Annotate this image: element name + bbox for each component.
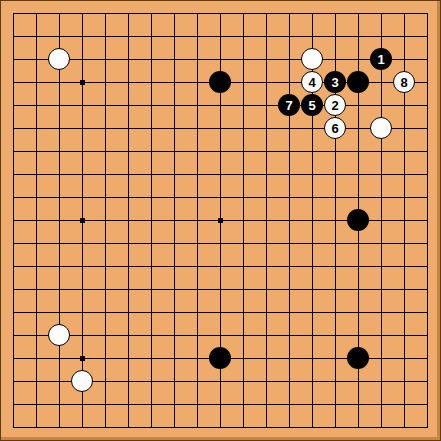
stone-black-o15-move-5: 5 (301, 94, 323, 116)
stone-black-r17-move-1: 1 (370, 48, 392, 70)
stone-black-q16 (347, 71, 369, 93)
stone-white-o16-move-4: 4 (301, 71, 323, 93)
stone-white-s16-move-8: 8 (393, 71, 415, 93)
stone-white-c17 (48, 48, 70, 70)
stone-white-p14-move-6: 6 (324, 117, 346, 139)
stone-black-q4 (347, 347, 369, 369)
stone-white-c5 (48, 324, 70, 346)
stone-white-r14 (370, 117, 392, 139)
stone-black-k4 (209, 347, 231, 369)
star-point (218, 218, 223, 223)
stone-black-q10 (347, 209, 369, 231)
stone-white-d3 (71, 370, 93, 392)
stone-white-o17 (301, 48, 323, 70)
star-point (80, 218, 85, 223)
stone-black-k16 (209, 71, 231, 93)
stone-black-p16-move-3: 3 (324, 71, 346, 93)
board-grid: 14387526 (2, 2, 439, 439)
star-point (80, 356, 85, 361)
stone-black-n15-move-7: 7 (278, 94, 300, 116)
go-board: 14387526 (0, 0, 441, 441)
stone-white-p15-move-2: 2 (324, 94, 346, 116)
star-point (80, 80, 85, 85)
